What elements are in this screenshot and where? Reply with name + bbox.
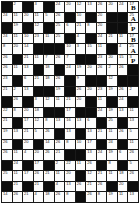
- letter-cell[interactable]: 11: [55, 97, 66, 108]
- letter-cell[interactable]: 19: [55, 87, 66, 98]
- letter-cell[interactable]: 20: [76, 97, 87, 108]
- letter-cell[interactable]: 21: [65, 97, 76, 108]
- letter-cell[interactable]: 15: [86, 44, 97, 55]
- letter-cell[interactable]: 24: [97, 150, 108, 161]
- letter-cell[interactable]: 20: [86, 65, 97, 76]
- cell-number: 21: [35, 182, 39, 186]
- black-cell: [97, 140, 108, 151]
- letter-cell[interactable]: 26: [44, 129, 55, 140]
- cell-number: 13: [129, 192, 133, 196]
- letter-cell[interactable]: 2: [107, 65, 118, 76]
- letter-cell[interactable]: 26: [55, 55, 66, 66]
- black-cell: [128, 76, 139, 87]
- cell-number: 25: [3, 171, 7, 175]
- black-cell: [107, 23, 118, 34]
- cell-number: 20: [24, 140, 28, 144]
- cell-number: 20: [98, 23, 102, 27]
- letter-cell[interactable]: 10: [76, 140, 87, 151]
- letter-cell[interactable]: 24: [97, 34, 108, 45]
- letter-cell[interactable]: 21: [76, 23, 87, 34]
- letter-cell[interactable]: 5: [44, 13, 55, 24]
- letter-cell[interactable]: 2: [13, 87, 24, 98]
- cell-number: 11: [35, 13, 39, 17]
- cell-number: 24: [3, 34, 7, 38]
- black-cell: [23, 161, 34, 172]
- letter-cell[interactable]: 26: [13, 192, 24, 203]
- letter-cell[interactable]: 11: [13, 65, 24, 76]
- cell-number: 26: [3, 150, 7, 154]
- letter-cell[interactable]: 13: [23, 87, 34, 98]
- cell-number: 26: [98, 2, 102, 6]
- letter-cell[interactable]: 4: [76, 34, 87, 45]
- cell-number: 17: [87, 140, 91, 144]
- cell-number: 20: [87, 87, 91, 91]
- cell-number: 4: [77, 34, 79, 38]
- letter-cell[interactable]: 21: [34, 76, 45, 87]
- letter-cell[interactable]: 17: [34, 161, 45, 172]
- letter-cell[interactable]: 13: [86, 150, 97, 161]
- letter-cell[interactable]: 2: [128, 87, 139, 98]
- letter-cell[interactable]: 20: [13, 44, 24, 55]
- cell-number: 26: [119, 65, 123, 69]
- letter-cell[interactable]: 26: [55, 13, 66, 24]
- letter-cell[interactable]: 18: [44, 76, 55, 87]
- letter-cell[interactable]: 13: [65, 129, 76, 140]
- letter-cell[interactable]: 2: [13, 2, 24, 13]
- letter-cell[interactable]: 13: [23, 65, 34, 76]
- letter-cell[interactable]: 11: [128, 108, 139, 119]
- black-cell: [23, 23, 34, 34]
- cell-number: 21: [14, 182, 18, 186]
- letter-cell[interactable]: 20: [23, 13, 34, 24]
- given-letter: P: [128, 26, 138, 33]
- black-cell: [76, 192, 87, 203]
- black-cell: [23, 97, 34, 108]
- letter-cell[interactable]: 14: [44, 140, 55, 151]
- letter-cell[interactable]: 26: [128, 171, 139, 182]
- cell-number: 26: [87, 192, 91, 196]
- letter-cell[interactable]: 21: [2, 87, 13, 98]
- letter-cell[interactable]: 19: [107, 150, 118, 161]
- letter-cell[interactable]: 8: [65, 192, 76, 203]
- letter-cell[interactable]: 11: [34, 13, 45, 24]
- letter-cell[interactable]: 20: [65, 2, 76, 13]
- cell-number: 11: [129, 140, 133, 144]
- black-cell: [2, 2, 13, 13]
- black-cell: [65, 150, 76, 161]
- letter-cell[interactable]: 5: [128, 161, 139, 172]
- cell-number: 26: [56, 140, 60, 144]
- black-cell: [107, 182, 118, 193]
- cell-number: 11: [108, 171, 112, 175]
- letter-cell[interactable]: 20: [86, 87, 97, 98]
- black-cell: [86, 108, 97, 119]
- cell-number: 17: [35, 161, 39, 165]
- letter-cell[interactable]: 26: [118, 65, 129, 76]
- letter-cell[interactable]: 9: [76, 76, 87, 87]
- letter-cell[interactable]: 20: [23, 108, 34, 119]
- letter-cell[interactable]: 12: [76, 2, 87, 13]
- letter-cell[interactable]: 14: [23, 44, 34, 55]
- letter-cell[interactable]: 8: [13, 108, 24, 119]
- letter-cell[interactable]: 4: [23, 150, 34, 161]
- black-cell: [55, 108, 66, 119]
- letter-cell[interactable]: 3P: [128, 23, 139, 34]
- black-cell: [76, 55, 87, 66]
- letter-cell[interactable]: 18: [44, 192, 55, 203]
- letter-cell[interactable]: 4: [55, 182, 66, 193]
- letter-cell[interactable]: 17B: [128, 2, 139, 13]
- cell-number: 6: [24, 76, 26, 80]
- black-cell: [44, 108, 55, 119]
- cell-number: 20: [87, 65, 91, 69]
- letter-cell[interactable]: 25A: [128, 13, 139, 24]
- letter-cell[interactable]: 25A: [128, 44, 139, 55]
- letter-cell[interactable]: 26: [97, 182, 108, 193]
- cell-number: 26: [56, 76, 60, 80]
- cell-number: 11: [14, 13, 18, 17]
- letter-cell[interactable]: 25: [2, 171, 13, 182]
- letter-cell[interactable]: 7: [44, 55, 55, 66]
- letter-cell[interactable]: 22: [65, 161, 76, 172]
- black-cell: [65, 87, 76, 98]
- letter-cell[interactable]: 17: [65, 108, 76, 119]
- letter-cell[interactable]: 19: [76, 65, 87, 76]
- black-cell: [2, 23, 13, 34]
- letter-cell[interactable]: 11: [107, 171, 118, 182]
- letter-cell[interactable]: 24: [118, 2, 129, 13]
- letter-cell[interactable]: 16: [65, 118, 76, 129]
- letter-cell[interactable]: 7: [65, 55, 76, 66]
- cell-number: 26: [3, 140, 7, 144]
- black-cell: [118, 161, 129, 172]
- letter-cell[interactable]: 4: [34, 192, 45, 203]
- cell-number: 21: [35, 76, 39, 80]
- letter-cell[interactable]: 11: [97, 97, 108, 108]
- letter-cell[interactable]: 15: [118, 55, 129, 66]
- letter-cell[interactable]: 11: [13, 13, 24, 24]
- letter-cell[interactable]: 24: [2, 34, 13, 45]
- letter-cell[interactable]: 3: [34, 2, 45, 13]
- cell-number: 5: [35, 129, 37, 133]
- cell-number: 14: [45, 140, 49, 144]
- black-cell: [55, 129, 66, 140]
- letter-cell[interactable]: 11: [118, 192, 129, 203]
- letter-cell[interactable]: 3P: [128, 55, 139, 66]
- cell-number: 6: [66, 23, 68, 27]
- letter-cell[interactable]: 21: [86, 182, 97, 193]
- letter-cell[interactable]: 26: [76, 87, 87, 98]
- letter-cell[interactable]: 21: [23, 192, 34, 203]
- letter-cell[interactable]: 21: [2, 118, 13, 129]
- letter-cell[interactable]: 24: [97, 108, 108, 119]
- letter-cell[interactable]: 21: [34, 182, 45, 193]
- letter-cell[interactable]: 11: [13, 171, 24, 182]
- letter-cell[interactable]: 11: [128, 140, 139, 151]
- black-cell: [118, 118, 129, 129]
- cell-number: 24: [14, 161, 18, 165]
- letter-cell[interactable]: 21: [107, 34, 118, 45]
- letter-cell[interactable]: 8: [97, 192, 108, 203]
- letter-cell[interactable]: 25: [55, 34, 66, 45]
- letter-cell[interactable]: 14: [2, 192, 13, 203]
- cell-number: 3: [35, 2, 37, 6]
- letter-cell[interactable]: 5: [34, 129, 45, 140]
- cell-number: 12: [87, 171, 91, 175]
- cell-number: 21: [45, 171, 49, 175]
- cell-number: 21: [66, 97, 70, 101]
- letter-cell[interactable]: 13: [13, 129, 24, 140]
- letter-cell[interactable]: 6: [118, 150, 129, 161]
- black-cell: [55, 65, 66, 76]
- cell-number: 19: [77, 65, 81, 69]
- black-cell: [13, 76, 24, 87]
- letter-cell[interactable]: 23: [97, 87, 108, 98]
- letter-cell[interactable]: 6: [65, 23, 76, 34]
- cell-number: 10: [77, 140, 81, 144]
- letter-cell[interactable]: 11: [13, 150, 24, 161]
- letter-cell[interactable]: 11: [118, 34, 129, 45]
- letter-cell[interactable]: 8: [86, 23, 97, 34]
- letter-cell[interactable]: 8: [44, 118, 55, 129]
- cell-number: 20: [108, 2, 112, 6]
- letter-cell[interactable]: 26: [44, 150, 55, 161]
- letter-cell[interactable]: 3: [76, 44, 87, 55]
- letter-cell[interactable]: 11: [13, 34, 24, 45]
- letter-cell[interactable]: 26: [76, 182, 87, 193]
- letter-cell[interactable]: 8: [2, 44, 13, 55]
- cell-number: 18: [45, 76, 49, 80]
- letter-cell[interactable]: 11: [76, 161, 87, 172]
- letter-cell[interactable]: 26: [128, 150, 139, 161]
- letter-cell[interactable]: 23: [97, 55, 108, 66]
- cell-number: 11: [56, 97, 60, 101]
- black-cell: [2, 182, 13, 193]
- black-cell: [76, 108, 87, 119]
- letter-cell[interactable]: 26: [13, 97, 24, 108]
- letter-cell[interactable]: 26: [2, 65, 13, 76]
- letter-cell[interactable]: 13: [65, 182, 76, 193]
- letter-cell[interactable]: 12: [86, 171, 97, 182]
- letter-cell[interactable]: 20: [107, 55, 118, 66]
- letter-cell[interactable]: 26: [34, 171, 45, 182]
- letter-cell[interactable]: 20: [65, 171, 76, 182]
- cell-number: 2: [56, 161, 58, 165]
- cell-number: 11: [119, 34, 123, 38]
- letter-cell[interactable]: 13: [76, 118, 87, 129]
- letter-cell[interactable]: 11: [107, 129, 118, 140]
- given-letter: B: [128, 37, 138, 44]
- cell-number: 19: [108, 150, 112, 154]
- letter-cell[interactable]: 26: [55, 140, 66, 151]
- letter-cell[interactable]: 12: [34, 118, 45, 129]
- black-cell: [107, 97, 118, 108]
- letter-cell[interactable]: 3: [34, 97, 45, 108]
- letter-cell[interactable]: 10: [65, 44, 76, 55]
- letter-cell[interactable]: 24: [65, 65, 76, 76]
- letter-cell[interactable]: 12: [107, 76, 118, 87]
- letter-cell[interactable]: 20: [118, 182, 129, 193]
- letter-cell[interactable]: 4: [118, 44, 129, 55]
- letter-cell[interactable]: 24: [55, 2, 66, 13]
- letter-cell[interactable]: 26: [55, 76, 66, 87]
- cell-number: 8: [66, 192, 68, 196]
- cell-number: 13: [66, 129, 70, 133]
- cell-number: 19: [108, 87, 112, 91]
- letter-cell[interactable]: 21: [44, 171, 55, 182]
- letter-cell[interactable]: 13: [128, 192, 139, 203]
- letter-cell[interactable]: 23: [2, 76, 13, 87]
- letter-cell[interactable]: 10: [76, 13, 87, 24]
- cell-number: 5: [45, 13, 47, 17]
- letter-cell[interactable]: 11: [55, 171, 66, 182]
- letter-cell[interactable]: 21: [97, 129, 108, 140]
- letter-cell[interactable]: 26: [2, 140, 13, 151]
- letter-cell[interactable]: 20: [34, 150, 45, 161]
- cell-number: 17: [66, 108, 70, 112]
- letter-cell[interactable]: 18: [34, 108, 45, 119]
- cell-number: 4: [35, 192, 37, 196]
- cell-number: 17: [24, 118, 28, 122]
- letter-cell[interactable]: 21: [13, 182, 24, 193]
- cell-number: 13: [24, 65, 28, 69]
- letter-cell[interactable]: 26: [97, 65, 108, 76]
- letter-cell[interactable]: 8: [65, 140, 76, 151]
- cell-number: 8: [87, 23, 89, 27]
- letter-cell[interactable]: 12: [34, 23, 45, 34]
- letter-cell[interactable]: 26: [55, 192, 66, 203]
- cell-number: 11: [45, 34, 49, 38]
- cell-number: 13: [66, 182, 70, 186]
- letter-cell[interactable]: 2: [55, 161, 66, 172]
- letter-cell[interactable]: 21: [23, 55, 34, 66]
- letter-cell[interactable]: 26: [2, 55, 13, 66]
- letter-cell[interactable]: 13: [86, 2, 97, 13]
- given-letter: P: [128, 58, 138, 65]
- cell-number: 2: [108, 65, 110, 69]
- cell-number: 11: [14, 150, 18, 154]
- letter-cell[interactable]: 8: [107, 161, 118, 172]
- cell-number: 8: [14, 108, 16, 112]
- cell-number: 7: [45, 55, 47, 59]
- letter-cell[interactable]: 6: [23, 76, 34, 87]
- cell-number: 17: [24, 171, 28, 175]
- cell-number: 24: [56, 2, 60, 6]
- cell-number: 26: [3, 55, 7, 59]
- cell-number: 11: [108, 129, 112, 133]
- letter-cell[interactable]: 17: [86, 140, 97, 151]
- black-cell: [2, 161, 13, 172]
- cell-number: 20: [24, 108, 28, 112]
- letter-cell[interactable]: 20: [97, 13, 108, 24]
- black-cell: [86, 34, 97, 45]
- black-cell: [44, 87, 55, 98]
- cell-number: 4: [56, 182, 58, 186]
- cell-number: 10: [66, 44, 70, 48]
- cell-number: 11: [14, 34, 18, 38]
- letter-cell[interactable]: 21: [55, 150, 66, 161]
- letter-cell[interactable]: 17: [23, 171, 34, 182]
- letter-cell[interactable]: 10: [23, 34, 34, 45]
- letter-cell[interactable]: 6: [86, 118, 97, 129]
- letter-cell[interactable]: 13: [86, 129, 97, 140]
- letter-cell[interactable]: 21: [23, 129, 34, 140]
- black-cell: [2, 97, 13, 108]
- letter-cell[interactable]: 20: [97, 23, 108, 34]
- cell-number: 19: [14, 23, 18, 27]
- letter-cell[interactable]: 26: [86, 161, 97, 172]
- black-cell: [118, 140, 129, 151]
- letter-cell[interactable]: 18: [118, 171, 129, 182]
- cell-number: 23: [98, 55, 102, 59]
- cell-number: 22: [66, 161, 70, 165]
- letter-cell[interactable]: 24: [118, 97, 129, 108]
- codeword-grid: 232420121326202417B24112011526102025A191…: [1, 1, 139, 203]
- letter-cell[interactable]: 25: [55, 23, 66, 34]
- letter-cell[interactable]: 19: [107, 192, 118, 203]
- letter-cell[interactable]: 18: [44, 65, 55, 76]
- letter-cell[interactable]: 11: [44, 34, 55, 45]
- letter-cell[interactable]: 26: [97, 2, 108, 13]
- black-cell: [76, 129, 87, 140]
- cell-number: 10: [24, 34, 28, 38]
- letter-cell[interactable]: 19: [13, 23, 24, 34]
- letter-cell[interactable]: 23: [34, 34, 45, 45]
- black-cell: [44, 44, 55, 55]
- letter-cell[interactable]: 11: [34, 55, 45, 66]
- cell-number: 21: [77, 23, 81, 27]
- letter-cell[interactable]: 11: [97, 44, 108, 55]
- cell-number: 8: [98, 192, 100, 196]
- letter-cell[interactable]: 26: [86, 192, 97, 203]
- cell-number: 24: [98, 150, 102, 154]
- cell-number: 19: [108, 108, 112, 112]
- cell-number: 16: [66, 118, 70, 122]
- black-cell: [118, 13, 129, 24]
- letter-cell[interactable]: 5: [128, 129, 139, 140]
- letter-cell[interactable]: 20: [23, 140, 34, 151]
- letter-cell[interactable]: 19: [107, 87, 118, 98]
- black-cell: [97, 76, 108, 87]
- letter-cell[interactable]: 24: [2, 13, 13, 24]
- letter-cell[interactable]: 26: [118, 129, 129, 140]
- letter-cell[interactable]: 26: [118, 87, 129, 98]
- letter-cell[interactable]: 26: [2, 150, 13, 161]
- cell-number: 7: [66, 55, 68, 59]
- letter-cell[interactable]: 25: [107, 118, 118, 129]
- cell-number: 25: [56, 23, 60, 27]
- letter-cell[interactable]: 13: [55, 118, 66, 129]
- cell-number: 26: [98, 182, 102, 186]
- letter-cell[interactable]: 17: [23, 118, 34, 129]
- letter-cell[interactable]: 17B: [128, 34, 139, 45]
- letter-cell[interactable]: 19: [107, 108, 118, 119]
- letter-cell[interactable]: 24: [107, 140, 118, 151]
- letter-cell[interactable]: 24: [13, 161, 24, 172]
- letter-cell[interactable]: 20: [107, 2, 118, 13]
- cell-number: 11: [14, 65, 18, 69]
- letter-cell[interactable]: 13: [118, 108, 129, 119]
- letter-cell[interactable]: 13: [128, 118, 139, 129]
- letter-cell[interactable]: 21: [97, 171, 108, 182]
- letter-cell[interactable]: 12: [44, 97, 55, 108]
- cell-number: 11: [56, 171, 60, 175]
- letter-cell[interactable]: 19: [2, 129, 13, 140]
- letter-cell[interactable]: 22: [2, 108, 13, 119]
- cell-number: 11: [129, 108, 133, 112]
- cell-number: 5: [129, 129, 131, 133]
- black-cell: [34, 65, 45, 76]
